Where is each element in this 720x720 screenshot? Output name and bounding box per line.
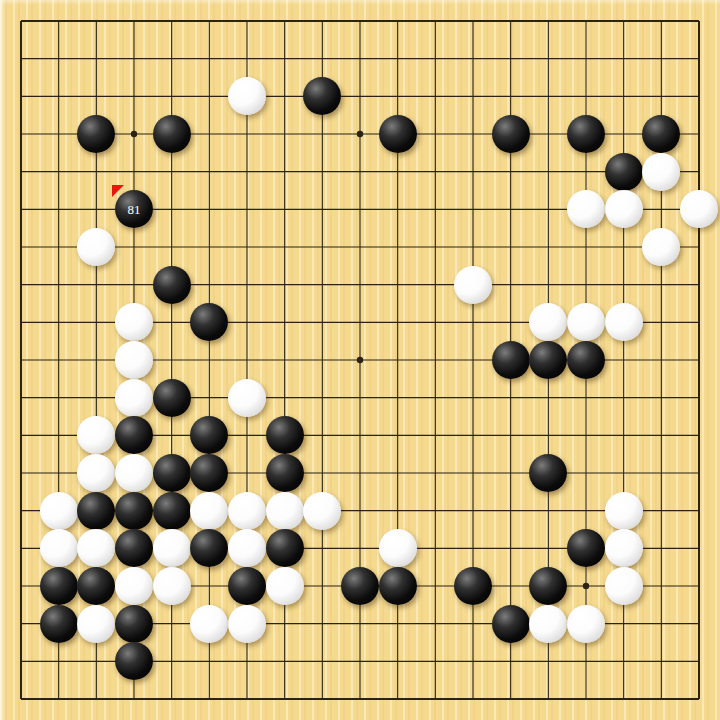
page: { "game": "Go (19x19)", "board": { "size… [0,0,720,720]
stone-black-O10 [492,341,530,379]
stone-white-R11 [605,303,643,341]
stone-black-H7 [266,454,304,492]
stone-white-B6 [40,492,78,530]
stone-white-G6 [228,492,266,530]
stone-white-G3 [228,605,266,643]
stone-white-E5 [153,529,191,567]
stone-black-R15 [605,153,643,191]
stone-white-H4 [266,567,304,605]
star-point [583,583,589,589]
star-point [357,357,363,363]
stone-white-N12 [454,266,492,304]
stone-black-H5 [266,529,304,567]
stone-black-L4 [379,567,417,605]
stone-white-F6 [190,492,228,530]
stone-white-G9 [228,379,266,417]
stone-white-L5 [379,529,417,567]
stone-black-E6 [153,492,191,530]
stone-black-L16 [379,115,417,153]
stone-black-K4 [341,567,379,605]
stone-white-R6 [605,492,643,530]
stone-white-F3 [190,605,228,643]
stone-black-B3 [40,605,78,643]
stone-black-N4 [454,567,492,605]
stone-white-E4 [153,567,191,605]
stone-black-E12 [153,266,191,304]
last-move-marker-icon [112,185,124,197]
stone-black-O16 [492,115,530,153]
stone-black-E7 [153,454,191,492]
stone-black-Q16 [567,115,605,153]
star-point [357,131,363,137]
stone-white-C3 [77,605,115,643]
stone-white-Q3 [567,605,605,643]
go-board[interactable]: 81 [0,0,720,720]
stone-black-G4 [228,567,266,605]
stone-white-D9 [115,379,153,417]
stone-white-H6 [266,492,304,530]
stone-black-E16 [153,115,191,153]
stone-white-R4 [605,567,643,605]
stone-black-E9 [153,379,191,417]
stone-white-R14 [605,190,643,228]
stone-black-O3 [492,605,530,643]
stone-white-P3 [529,605,567,643]
stone-black-B4 [40,567,78,605]
stone-white-D10 [115,341,153,379]
stone-black-H8 [266,416,304,454]
stone-white-D4 [115,567,153,605]
stone-black-C6 [77,492,115,530]
star-point [131,131,137,137]
stone-white-S15 [642,153,680,191]
stone-black-D3 [115,605,153,643]
stone-white-R5 [605,529,643,567]
stone-black-Q10 [567,341,605,379]
stone-white-J6 [303,492,341,530]
stone-white-D7 [115,454,153,492]
last-move-stone-black-D14: 81 [115,190,153,228]
stone-white-B5 [40,529,78,567]
stone-black-D6 [115,492,153,530]
